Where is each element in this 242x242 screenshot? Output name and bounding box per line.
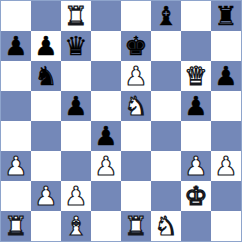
square-b7[interactable]: ♟ [31,31,61,61]
square-h6[interactable]: ♟ [211,61,241,91]
square-d8[interactable] [91,1,121,31]
square-c5[interactable]: ♟ [61,91,91,121]
square-b1[interactable] [31,211,61,241]
square-g3[interactable]: ♟ [181,151,211,181]
square-a1[interactable]: ♜ [1,211,31,241]
square-d2[interactable] [91,181,121,211]
square-e7[interactable]: ♚ [121,31,151,61]
white-rook[interactable]: ♜ [4,211,27,241]
square-e4[interactable] [121,121,151,151]
square-g6[interactable]: ♛ [181,61,211,91]
square-c7[interactable]: ♛ [61,31,91,61]
square-c3[interactable] [61,151,91,181]
square-f3[interactable] [151,151,181,181]
white-bishop[interactable]: ♝ [64,211,87,241]
black-pawn[interactable]: ♟ [34,31,57,61]
square-a8[interactable] [1,1,31,31]
square-e3[interactable] [121,151,151,181]
black-knight[interactable]: ♞ [34,61,57,91]
white-rook[interactable]: ♜ [124,211,147,241]
white-pawn[interactable]: ♟ [64,181,87,211]
black-queen[interactable]: ♛ [64,31,87,61]
square-h4[interactable] [211,121,241,151]
square-a2[interactable] [1,181,31,211]
black-pawn[interactable]: ♟ [214,61,237,91]
square-h7[interactable] [211,31,241,61]
square-e5[interactable]: ♞ [121,91,151,121]
black-rook[interactable]: ♜ [214,1,237,31]
square-f1[interactable]: ♞ [151,211,181,241]
black-pawn[interactable]: ♟ [4,31,27,61]
square-g8[interactable] [181,1,211,31]
square-h8[interactable]: ♜ [211,1,241,31]
white-rook[interactable]: ♜ [64,1,87,31]
chess-board: ♜♝♜♟♟♛♚♞♟♛♟♟♞♟♟♟♟♟♟♟♟♚♜♝♜♞ [0,0,242,242]
square-d1[interactable] [91,211,121,241]
white-knight[interactable]: ♞ [154,211,177,241]
square-d3[interactable]: ♟ [91,151,121,181]
square-h5[interactable] [211,91,241,121]
square-g2[interactable]: ♚ [181,181,211,211]
square-c2[interactable]: ♟ [61,181,91,211]
white-pawn[interactable]: ♟ [4,151,27,181]
square-c1[interactable]: ♝ [61,211,91,241]
white-pawn[interactable]: ♟ [214,151,237,181]
white-pawn[interactable]: ♟ [34,181,57,211]
white-pawn[interactable]: ♟ [94,151,117,181]
black-pawn[interactable]: ♟ [64,91,87,121]
square-c4[interactable] [61,121,91,151]
square-f4[interactable] [151,121,181,151]
black-pawn[interactable]: ♟ [184,91,207,121]
square-e1[interactable]: ♜ [121,211,151,241]
white-knight[interactable]: ♞ [124,91,147,121]
square-d4[interactable]: ♟ [91,121,121,151]
square-d7[interactable] [91,31,121,61]
square-a6[interactable] [1,61,31,91]
white-pawn[interactable]: ♟ [124,61,147,91]
square-b5[interactable] [31,91,61,121]
square-b6[interactable]: ♞ [31,61,61,91]
black-pawn[interactable]: ♟ [94,121,117,151]
square-f8[interactable]: ♝ [151,1,181,31]
white-pawn[interactable]: ♟ [184,151,207,181]
square-h1[interactable] [211,211,241,241]
square-a7[interactable]: ♟ [1,31,31,61]
square-e2[interactable] [121,181,151,211]
square-a5[interactable] [1,91,31,121]
square-g5[interactable]: ♟ [181,91,211,121]
square-b4[interactable] [31,121,61,151]
square-b8[interactable] [31,1,61,31]
square-f6[interactable] [151,61,181,91]
square-g1[interactable] [181,211,211,241]
square-b3[interactable] [31,151,61,181]
square-h2[interactable] [211,181,241,211]
square-e6[interactable]: ♟ [121,61,151,91]
white-queen[interactable]: ♛ [184,61,207,91]
square-h3[interactable]: ♟ [211,151,241,181]
square-g4[interactable] [181,121,211,151]
square-f5[interactable] [151,91,181,121]
square-b2[interactable]: ♟ [31,181,61,211]
square-d6[interactable] [91,61,121,91]
square-f2[interactable] [151,181,181,211]
square-g7[interactable] [181,31,211,61]
white-king[interactable]: ♚ [184,181,207,211]
square-a3[interactable]: ♟ [1,151,31,181]
square-c8[interactable]: ♜ [61,1,91,31]
square-f7[interactable] [151,31,181,61]
black-bishop[interactable]: ♝ [154,1,177,31]
black-king[interactable]: ♚ [124,31,147,61]
square-d5[interactable] [91,91,121,121]
square-c6[interactable] [61,61,91,91]
square-a4[interactable] [1,121,31,151]
square-e8[interactable] [121,1,151,31]
